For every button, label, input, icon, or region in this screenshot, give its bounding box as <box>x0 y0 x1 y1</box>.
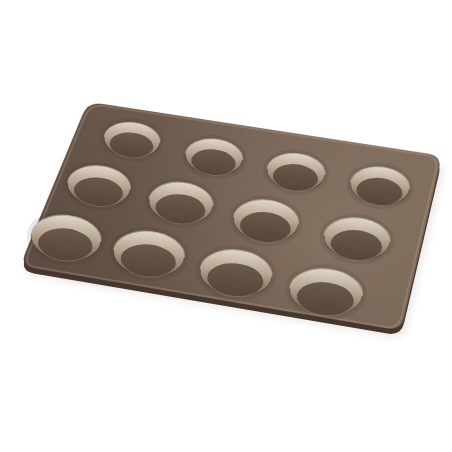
image-background <box>0 0 452 452</box>
muffin-pan-illustration <box>0 0 452 452</box>
product-photo-muffin-pan <box>0 0 452 452</box>
